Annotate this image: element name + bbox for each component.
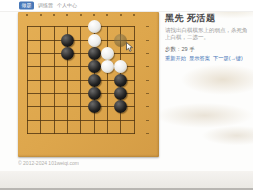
right-coord-tick <box>146 120 149 121</box>
problem-description: 请找出白棋棋形上的弱点，杀死角上白棋，二选一。 <box>165 26 250 40</box>
grid-v-line <box>107 26 108 134</box>
problem-action-links: 重新开始显示答案下一题(→键) <box>165 55 253 62</box>
black-stone <box>88 47 101 60</box>
right-coord-tick <box>146 93 149 94</box>
action-link-2[interactable]: 下一题(→键) <box>213 55 243 62</box>
right-coord-tick <box>146 133 149 134</box>
top-coord-dot <box>106 14 108 16</box>
right-coord-tick <box>146 66 149 67</box>
white-stone <box>114 60 127 73</box>
top-coord-dot <box>133 14 135 16</box>
top-coord-dot <box>66 14 68 16</box>
problem-title: 黑先 死活题 <box>165 12 216 25</box>
grid-h-line <box>27 133 135 134</box>
black-stone <box>61 47 74 60</box>
black-stone <box>88 100 101 113</box>
black-stone <box>88 60 101 73</box>
page: 做题训练营个人中心 黑先 死活题 请找出白棋棋形上的弱点，杀死角上白棋，二选一。… <box>0 0 253 190</box>
action-link-1[interactable]: 显示答案 <box>189 55 210 62</box>
grid-h-line <box>27 120 135 121</box>
right-coord-tick <box>146 26 149 27</box>
top-nav-items: 做题训练营个人中心 <box>19 1 253 10</box>
white-stone <box>101 47 114 60</box>
ink-wash-watermark <box>145 46 253 158</box>
go-board[interactable] <box>18 12 159 157</box>
top-coord-dot <box>26 14 28 16</box>
black-stone <box>114 100 127 113</box>
right-coord-tick <box>146 106 149 107</box>
copyright-text: © 2012-2024 101weiqi.com <box>18 160 79 166</box>
nav-item-2[interactable]: 个人中心 <box>57 2 77 9</box>
black-stone <box>114 87 127 100</box>
nav-item-0[interactable]: 做题 <box>19 2 34 10</box>
right-coord-tick <box>146 53 149 54</box>
top-coord-dot <box>93 14 95 16</box>
black-stone <box>61 34 74 47</box>
top-coord-dot <box>120 14 122 16</box>
black-stone <box>114 74 127 87</box>
mouse-cursor-icon <box>126 42 133 52</box>
nav-item-1[interactable]: 训练营 <box>38 2 53 9</box>
right-coord-tick <box>146 80 149 81</box>
white-stone <box>88 34 101 47</box>
top-coord-dot <box>80 14 82 16</box>
top-coord-dot <box>40 14 42 16</box>
top-nav: 做题训练营个人中心 <box>0 0 253 12</box>
problem-meta: 步数：29 手 <box>165 45 250 53</box>
grid-v-line <box>134 26 135 134</box>
action-link-0[interactable]: 重新开始 <box>165 55 186 62</box>
black-stone <box>88 74 101 87</box>
black-stone <box>88 87 101 100</box>
white-stone <box>101 60 114 73</box>
bottom-edge <box>0 188 253 190</box>
white-stone <box>88 20 101 33</box>
top-coord-dot <box>53 14 55 16</box>
right-coord-tick <box>146 40 149 41</box>
